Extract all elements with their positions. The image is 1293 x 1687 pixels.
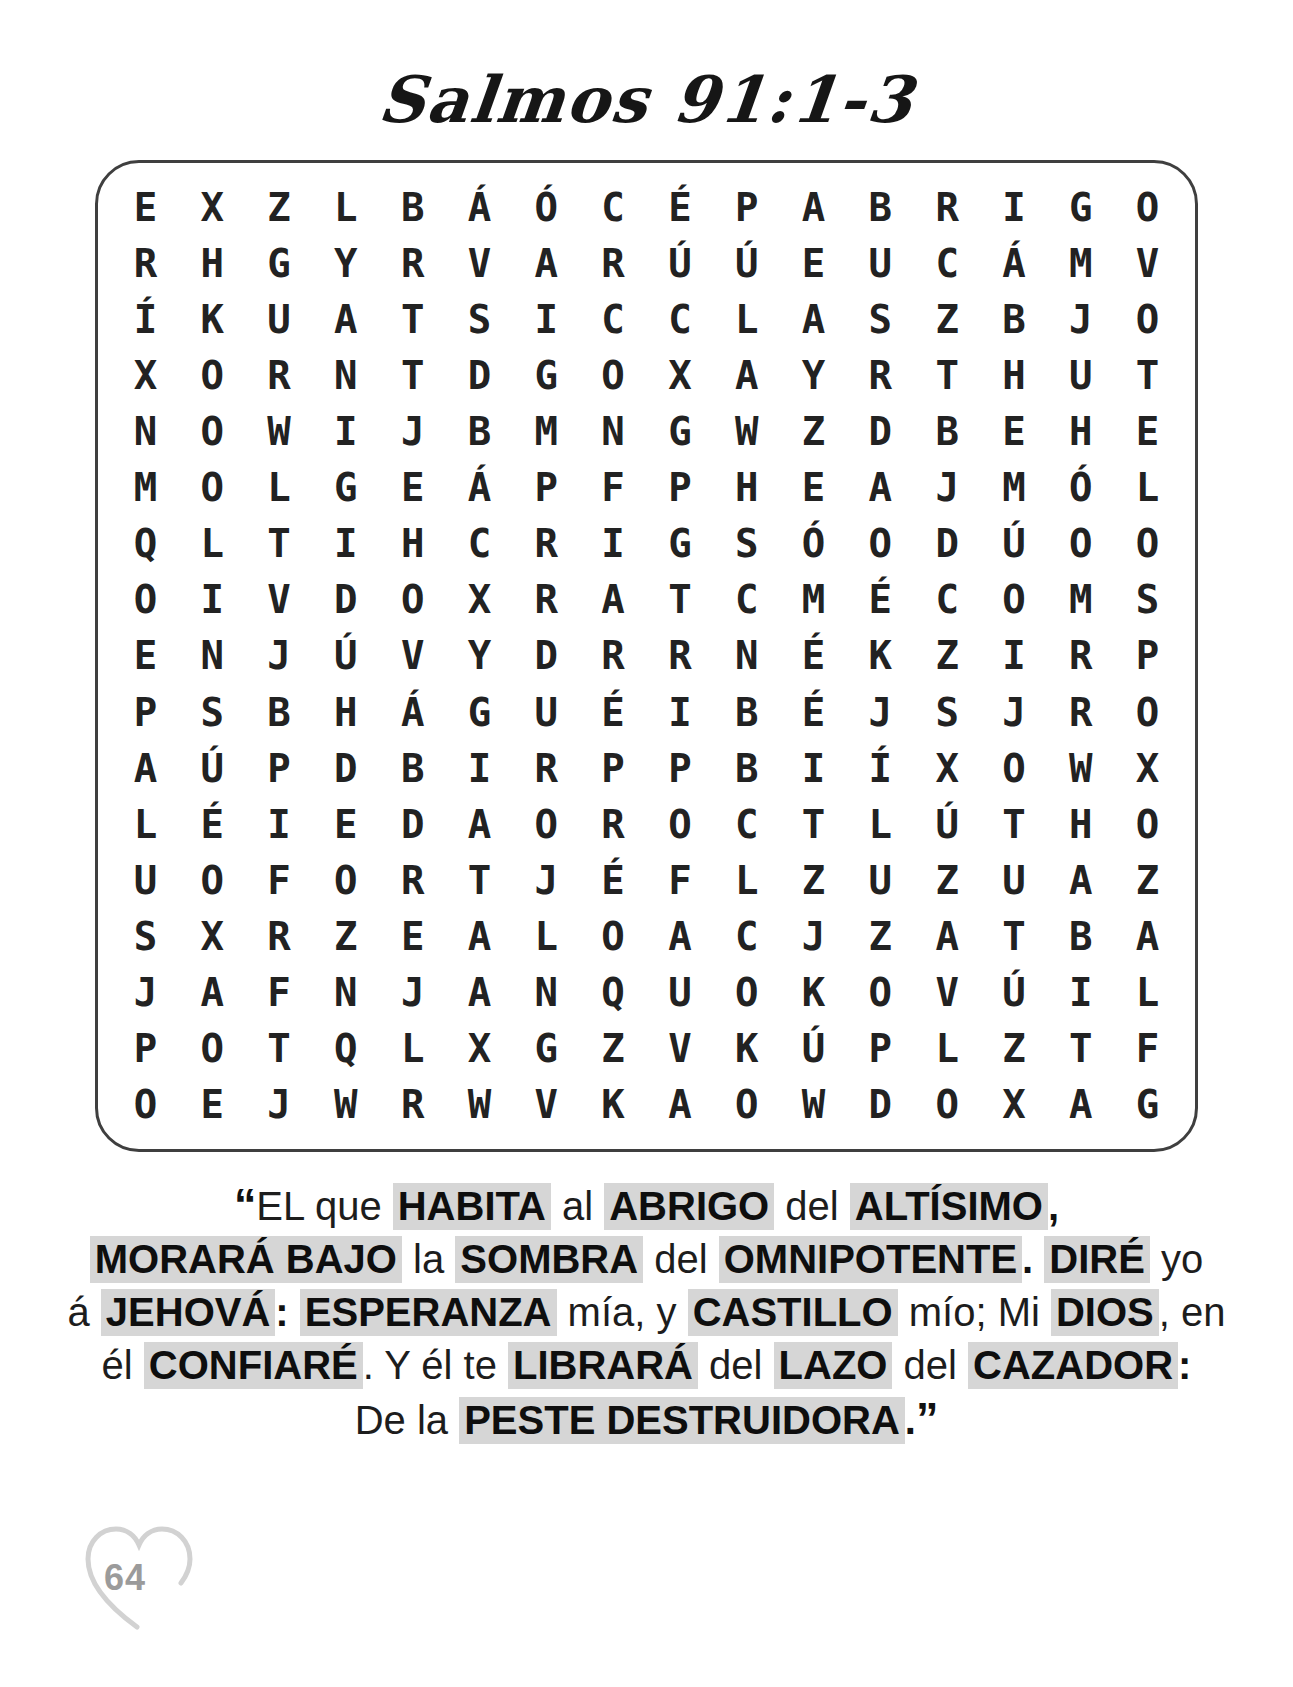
verse-word-highlighted: ESPERANZA [300, 1289, 557, 1336]
grid-cell-r11c5: B [379, 740, 446, 796]
grid-cell-r2c10: Ú [713, 235, 780, 291]
grid-cell-r10c11: É [780, 684, 847, 740]
grid-cell-r12c15: H [1047, 796, 1114, 852]
grid-cell-r6c11: E [780, 460, 847, 516]
grid-cell-r9c9: R [647, 628, 714, 684]
grid-cell-r4c12: R [847, 347, 914, 403]
grid-cell-r14c5: E [379, 909, 446, 965]
grid-cell-r12c2: É [179, 796, 246, 852]
grid-cell-r13c5: R [379, 852, 446, 908]
grid-cell-r12c7: O [513, 796, 580, 852]
grid-cell-r6c12: A [847, 460, 914, 516]
verse-text: ” [916, 1393, 938, 1443]
grid-cell-r10c6: G [446, 684, 513, 740]
grid-cell-r3c15: J [1047, 291, 1114, 347]
grid-cell-r7c5: H [379, 516, 446, 572]
grid-cell-r4c6: D [446, 347, 513, 403]
grid-cell-r8c16: S [1114, 572, 1181, 628]
grid-cell-r14c6: A [446, 909, 513, 965]
verse-text: De la [355, 1398, 460, 1442]
grid-cell-r4c10: A [713, 347, 780, 403]
grid-cell-r9c8: R [580, 628, 647, 684]
grid-cell-r5c6: B [446, 403, 513, 459]
grid-cell-r6c13: J [914, 460, 981, 516]
grid-cell-r10c4: H [312, 684, 379, 740]
grid-cell-r14c11: J [780, 909, 847, 965]
grid-cell-r5c10: W [713, 403, 780, 459]
grid-cell-r4c5: T [379, 347, 446, 403]
verse-text: mía, y [557, 1290, 688, 1334]
verse-word-highlighted: LAZO [774, 1342, 893, 1389]
grid-cell-r16c5: L [379, 1021, 446, 1077]
grid-cell-r11c7: R [513, 740, 580, 796]
grid-cell-r1c14: I [981, 179, 1048, 235]
grid-cell-r1c16: O [1114, 179, 1181, 235]
grid-cell-r16c4: Q [312, 1021, 379, 1077]
verse-text: del [774, 1184, 850, 1228]
grid-cell-r13c3: F [246, 852, 313, 908]
grid-cell-r15c8: Q [580, 965, 647, 1021]
grid-cell-r1c9: É [647, 179, 714, 235]
grid-cell-r6c5: E [379, 460, 446, 516]
grid-cell-r4c13: T [914, 347, 981, 403]
grid-cell-r4c4: N [312, 347, 379, 403]
grid-cell-r17c13: O [914, 1077, 981, 1133]
grid-cell-r11c13: X [914, 740, 981, 796]
grid-cell-r14c14: T [981, 909, 1048, 965]
grid-cell-r11c8: P [580, 740, 647, 796]
grid-cell-r4c11: Y [780, 347, 847, 403]
grid-cell-r2c15: M [1047, 235, 1114, 291]
grid-cell-r15c15: I [1047, 965, 1114, 1021]
grid-cell-r16c15: T [1047, 1021, 1114, 1077]
verse-text: mío; Mi [898, 1290, 1051, 1334]
grid-cell-r8c4: D [312, 572, 379, 628]
grid-cell-r3c14: B [981, 291, 1048, 347]
grid-cell-r7c4: I [312, 516, 379, 572]
grid-cell-r11c1: A [112, 740, 179, 796]
grid-cell-r17c11: W [780, 1077, 847, 1133]
grid-cell-r2c6: V [446, 235, 513, 291]
grid-cell-r2c4: Y [312, 235, 379, 291]
grid-cell-r2c9: Ú [647, 235, 714, 291]
grid-cell-r2c7: A [513, 235, 580, 291]
grid-cell-r4c9: X [647, 347, 714, 403]
grid-cell-r13c14: U [981, 852, 1048, 908]
grid-cell-r11c2: Ú [179, 740, 246, 796]
grid-cell-r1c7: Ó [513, 179, 580, 235]
verse-text: : [275, 1290, 299, 1334]
grid-cell-r14c4: Z [312, 909, 379, 965]
grid-cell-r12c13: Ú [914, 796, 981, 852]
grid-cell-r2c16: V [1114, 235, 1181, 291]
grid-cell-r3c16: O [1114, 291, 1181, 347]
grid-cell-r6c1: M [112, 460, 179, 516]
grid-cell-r15c10: O [713, 965, 780, 1021]
grid-cell-r14c1: S [112, 909, 179, 965]
puzzle-page: Salmos 91:1-3 EXZLBÁÓCÉPABRIGORHGYRVARÚÚ… [0, 0, 1293, 1687]
grid-cell-r14c2: X [179, 909, 246, 965]
grid-cell-r2c11: E [780, 235, 847, 291]
grid-cell-r3c8: C [580, 291, 647, 347]
grid-cell-r5c12: D [847, 403, 914, 459]
verse-block: “EL que HABITA al ABRIGO del ALTÍSIMO,MO… [0, 1178, 1293, 1447]
verse-word-highlighted: CONFIARÉ [144, 1342, 363, 1389]
grid-cell-r9c6: Y [446, 628, 513, 684]
grid-cell-r15c1: J [112, 965, 179, 1021]
verse-text: , [1048, 1184, 1059, 1228]
grid-cell-r11c3: P [246, 740, 313, 796]
page-footer: 64 [74, 1515, 204, 1645]
grid-cell-r1c12: B [847, 179, 914, 235]
grid-cell-r10c7: U [513, 684, 580, 740]
grid-cell-r10c10: B [713, 684, 780, 740]
grid-cell-r15c14: Ú [981, 965, 1048, 1021]
grid-cell-r16c11: Ú [780, 1021, 847, 1077]
grid-cell-r3c3: U [246, 291, 313, 347]
grid-cell-r11c11: I [780, 740, 847, 796]
verse-word-highlighted: MORARÁ BAJO [90, 1236, 402, 1283]
grid-cell-r11c15: W [1047, 740, 1114, 796]
grid-cell-r8c7: R [513, 572, 580, 628]
grid-cell-r9c14: I [981, 628, 1048, 684]
grid-cell-r14c3: R [246, 909, 313, 965]
grid-cell-r9c7: D [513, 628, 580, 684]
grid-cell-r3c1: Í [112, 291, 179, 347]
verse-line: él CONFIARÉ. Y él te LIBRARÁ del LAZO de… [0, 1339, 1293, 1392]
grid-cell-r9c3: J [246, 628, 313, 684]
grid-cell-r12c14: T [981, 796, 1048, 852]
verse-text: yo [1150, 1237, 1203, 1281]
grid-cell-r6c8: F [580, 460, 647, 516]
grid-cell-r8c12: É [847, 572, 914, 628]
grid-cell-r11c12: Í [847, 740, 914, 796]
grid-cell-r17c9: A [647, 1077, 714, 1133]
grid-cell-r8c1: O [112, 572, 179, 628]
grid-cell-r9c10: N [713, 628, 780, 684]
grid-cell-r2c2: H [179, 235, 246, 291]
grid-cell-r14c9: A [647, 909, 714, 965]
grid-cell-r9c12: K [847, 628, 914, 684]
grid-cell-r13c12: U [847, 852, 914, 908]
grid-cell-r13c6: T [446, 852, 513, 908]
grid-cell-r6c6: Á [446, 460, 513, 516]
grid-cell-r11c14: O [981, 740, 1048, 796]
verse-word-highlighted: OMNIPOTENTE [719, 1236, 1022, 1283]
grid-cell-r17c12: D [847, 1077, 914, 1133]
grid-cell-r4c3: R [246, 347, 313, 403]
grid-cell-r7c7: R [513, 516, 580, 572]
grid-cell-r5c16: E [1114, 403, 1181, 459]
grid-cell-r8c14: O [981, 572, 1048, 628]
grid-cell-r16c7: G [513, 1021, 580, 1077]
grid-cell-r10c9: I [647, 684, 714, 740]
verse-text: la [402, 1237, 455, 1281]
grid-cell-r11c9: P [647, 740, 714, 796]
grid-cell-r15c16: L [1114, 965, 1181, 1021]
grid-cell-r6c16: L [1114, 460, 1181, 516]
grid-cell-r3c11: A [780, 291, 847, 347]
page-number: 64 [104, 1557, 146, 1599]
grid-cell-r17c7: V [513, 1077, 580, 1133]
grid-cell-r1c3: Z [246, 179, 313, 235]
grid-cell-r4c1: X [112, 347, 179, 403]
grid-cell-r5c7: M [513, 403, 580, 459]
grid-cell-r17c6: W [446, 1077, 513, 1133]
grid-cell-r4c14: H [981, 347, 1048, 403]
grid-cell-r8c3: V [246, 572, 313, 628]
grid-cell-r5c3: W [246, 403, 313, 459]
grid-cell-r9c16: P [1114, 628, 1181, 684]
grid-cell-r7c8: I [580, 516, 647, 572]
grid-cell-r16c12: P [847, 1021, 914, 1077]
grid-cell-r2c5: R [379, 235, 446, 291]
grid-cell-r11c16: X [1114, 740, 1181, 796]
grid-cell-r17c5: R [379, 1077, 446, 1133]
grid-cell-r8c11: M [780, 572, 847, 628]
grid-cell-r10c13: S [914, 684, 981, 740]
grid-cell-r9c11: É [780, 628, 847, 684]
grid-cell-r10c16: O [1114, 684, 1181, 740]
grid-cell-r10c5: Á [379, 684, 446, 740]
grid-cell-r7c10: S [713, 516, 780, 572]
grid-cell-r16c8: Z [580, 1021, 647, 1077]
grid-cell-r17c15: A [1047, 1077, 1114, 1133]
grid-cell-r7c3: T [246, 516, 313, 572]
grid-cell-r17c2: E [179, 1077, 246, 1133]
grid-cell-r2c8: R [580, 235, 647, 291]
grid-cell-r13c2: O [179, 852, 246, 908]
grid-cell-r1c11: A [780, 179, 847, 235]
grid-cell-r7c15: O [1047, 516, 1114, 572]
grid-cell-r16c1: P [112, 1021, 179, 1077]
grid-cell-r13c4: O [312, 852, 379, 908]
grid-cell-r15c13: V [914, 965, 981, 1021]
grid-cell-r10c12: J [847, 684, 914, 740]
grid-cell-r12c5: D [379, 796, 446, 852]
grid-cell-r16c13: L [914, 1021, 981, 1077]
verse-word-highlighted: ALTÍSIMO [850, 1183, 1048, 1230]
verse-text: , en [1159, 1290, 1226, 1334]
grid-cell-r10c2: S [179, 684, 246, 740]
grid-cell-r12c9: O [647, 796, 714, 852]
grid-cell-r14c12: Z [847, 909, 914, 965]
verse-line: De la PESTE DESTRUIDORA.” [0, 1392, 1293, 1447]
grid-cell-r5c9: G [647, 403, 714, 459]
grid-cell-r10c1: P [112, 684, 179, 740]
grid-cell-r5c1: N [112, 403, 179, 459]
grid-cell-r3c9: C [647, 291, 714, 347]
grid-cell-r9c1: E [112, 628, 179, 684]
verse-text: del [698, 1343, 774, 1387]
grid-cell-r7c16: O [1114, 516, 1181, 572]
grid-cell-r5c5: J [379, 403, 446, 459]
grid-cell-r6c10: H [713, 460, 780, 516]
grid-cell-r16c3: T [246, 1021, 313, 1077]
grid-cell-r5c2: O [179, 403, 246, 459]
grid-cell-r10c14: J [981, 684, 1048, 740]
word-search-board: EXZLBÁÓCÉPABRIGORHGYRVARÚÚEUCÁMVÍKUATSIC… [95, 160, 1198, 1152]
grid-cell-r7c12: O [847, 516, 914, 572]
grid-cell-r4c2: O [179, 347, 246, 403]
grid-cell-r14c7: L [513, 909, 580, 965]
grid-cell-r17c4: W [312, 1077, 379, 1133]
grid-cell-r1c15: G [1047, 179, 1114, 235]
grid-cell-r13c1: U [112, 852, 179, 908]
grid-cell-r11c4: D [312, 740, 379, 796]
grid-cell-r8c15: M [1047, 572, 1114, 628]
grid-cell-r1c10: P [713, 179, 780, 235]
grid-cell-r5c15: H [1047, 403, 1114, 459]
grid-cell-r9c15: R [1047, 628, 1114, 684]
grid-cell-r9c5: V [379, 628, 446, 684]
grid-cell-r6c9: P [647, 460, 714, 516]
letter-grid: EXZLBÁÓCÉPABRIGORHGYRVARÚÚEUCÁMVÍKUATSIC… [112, 179, 1181, 1133]
grid-cell-r3c10: L [713, 291, 780, 347]
grid-cell-r14c10: C [713, 909, 780, 965]
grid-cell-r7c14: Ú [981, 516, 1048, 572]
grid-cell-r6c4: G [312, 460, 379, 516]
verse-text: EL que [256, 1184, 392, 1228]
grid-cell-r17c3: J [246, 1077, 313, 1133]
grid-cell-r10c15: R [1047, 684, 1114, 740]
verse-text: del [892, 1343, 968, 1387]
grid-cell-r12c1: L [112, 796, 179, 852]
verse-text: : [1178, 1343, 1191, 1387]
grid-cell-r7c2: L [179, 516, 246, 572]
grid-cell-r15c3: F [246, 965, 313, 1021]
grid-cell-r16c14: Z [981, 1021, 1048, 1077]
grid-cell-r3c12: S [847, 291, 914, 347]
grid-cell-r17c8: K [580, 1077, 647, 1133]
grid-cell-r13c13: Z [914, 852, 981, 908]
grid-cell-r8c9: T [647, 572, 714, 628]
grid-cell-r4c8: O [580, 347, 647, 403]
grid-cell-r7c13: D [914, 516, 981, 572]
grid-cell-r3c5: T [379, 291, 446, 347]
grid-cell-r15c4: N [312, 965, 379, 1021]
grid-cell-r8c2: I [179, 572, 246, 628]
grid-cell-r1c5: B [379, 179, 446, 235]
grid-cell-r16c2: O [179, 1021, 246, 1077]
verse-text: . [1022, 1237, 1044, 1281]
grid-cell-r15c6: A [446, 965, 513, 1021]
grid-cell-r1c4: L [312, 179, 379, 235]
grid-cell-r14c16: A [1114, 909, 1181, 965]
grid-cell-r3c2: K [179, 291, 246, 347]
grid-cell-r11c6: I [446, 740, 513, 796]
verse-line: á JEHOVÁ: ESPERANZA mía, y CASTILLO mío;… [0, 1286, 1293, 1339]
grid-cell-r9c2: N [179, 628, 246, 684]
grid-cell-r6c2: O [179, 460, 246, 516]
grid-cell-r2c12: U [847, 235, 914, 291]
grid-cell-r12c11: T [780, 796, 847, 852]
grid-cell-r5c11: Z [780, 403, 847, 459]
grid-cell-r12c4: E [312, 796, 379, 852]
grid-cell-r13c7: J [513, 852, 580, 908]
grid-cell-r15c5: J [379, 965, 446, 1021]
grid-cell-r7c1: Q [112, 516, 179, 572]
verse-word-highlighted: CAZADOR [968, 1342, 1178, 1389]
grid-cell-r14c13: A [914, 909, 981, 965]
grid-cell-r16c9: V [647, 1021, 714, 1077]
grid-cell-r1c1: E [112, 179, 179, 235]
grid-cell-r4c15: U [1047, 347, 1114, 403]
grid-cell-r5c8: N [580, 403, 647, 459]
grid-cell-r8c5: O [379, 572, 446, 628]
grid-cell-r5c14: E [981, 403, 1048, 459]
grid-cell-r4c16: T [1114, 347, 1181, 403]
grid-cell-r15c11: K [780, 965, 847, 1021]
verse-word-highlighted: DIOS [1051, 1289, 1159, 1336]
verse-word-highlighted: JEHOVÁ [101, 1289, 276, 1336]
grid-cell-r3c4: A [312, 291, 379, 347]
grid-cell-r6c14: M [981, 460, 1048, 516]
verse-word-highlighted: SOMBRA [455, 1236, 643, 1283]
grid-cell-r5c4: I [312, 403, 379, 459]
grid-cell-r6c15: Ó [1047, 460, 1114, 516]
grid-cell-r16c16: F [1114, 1021, 1181, 1077]
grid-cell-r3c7: I [513, 291, 580, 347]
page-title: Salmos 91:1-3 [0, 62, 1293, 137]
grid-cell-r1c6: Á [446, 179, 513, 235]
grid-cell-r13c8: É [580, 852, 647, 908]
grid-cell-r2c14: Á [981, 235, 1048, 291]
grid-cell-r12c6: A [446, 796, 513, 852]
verse-word-highlighted: HABITA [393, 1183, 551, 1230]
grid-cell-r13c15: A [1047, 852, 1114, 908]
grid-cell-r15c12: O [847, 965, 914, 1021]
verse-word-highlighted: PESTE DESTRUIDORA [459, 1397, 905, 1444]
grid-cell-r2c13: C [914, 235, 981, 291]
grid-cell-r16c6: X [446, 1021, 513, 1077]
grid-cell-r16c10: K [713, 1021, 780, 1077]
grid-cell-r3c13: Z [914, 291, 981, 347]
grid-cell-r8c8: A [580, 572, 647, 628]
verse-text: él [102, 1343, 144, 1387]
grid-cell-r1c13: R [914, 179, 981, 235]
grid-cell-r13c9: F [647, 852, 714, 908]
grid-cell-r12c3: I [246, 796, 313, 852]
grid-cell-r15c9: U [647, 965, 714, 1021]
verse-text: . Y él te [363, 1343, 508, 1387]
grid-cell-r12c12: L [847, 796, 914, 852]
verse-text: . [905, 1398, 916, 1442]
verse-line: MORARÁ BAJO la SOMBRA del OMNIPOTENTE. D… [0, 1233, 1293, 1286]
grid-cell-r3c6: S [446, 291, 513, 347]
grid-cell-r10c3: B [246, 684, 313, 740]
grid-cell-r17c10: O [713, 1077, 780, 1133]
grid-cell-r14c8: O [580, 909, 647, 965]
verse-word-highlighted: CASTILLO [688, 1289, 898, 1336]
grid-cell-r6c7: P [513, 460, 580, 516]
grid-cell-r11c10: B [713, 740, 780, 796]
verse-line: “EL que HABITA al ABRIGO del ALTÍSIMO, [0, 1178, 1293, 1233]
grid-cell-r9c4: Ú [312, 628, 379, 684]
grid-cell-r7c11: Ó [780, 516, 847, 572]
grid-cell-r13c16: Z [1114, 852, 1181, 908]
grid-cell-r5c13: B [914, 403, 981, 459]
grid-cell-r12c8: R [580, 796, 647, 852]
verse-text: al [551, 1184, 604, 1228]
verse-word-highlighted: DIRÉ [1044, 1236, 1150, 1283]
grid-cell-r8c10: C [713, 572, 780, 628]
grid-cell-r1c2: X [179, 179, 246, 235]
grid-cell-r8c13: C [914, 572, 981, 628]
grid-cell-r8c6: X [446, 572, 513, 628]
grid-cell-r10c8: É [580, 684, 647, 740]
grid-cell-r12c16: O [1114, 796, 1181, 852]
